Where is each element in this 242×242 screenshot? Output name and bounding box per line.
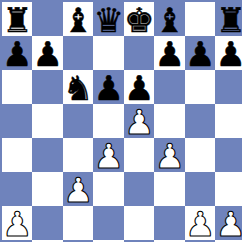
piece-black-rook[interactable]: ♜ — [2, 3, 32, 37]
piece-black-pawn[interactable]: ♟ — [185, 37, 215, 71]
square-b3[interactable] — [32, 172, 62, 206]
piece-black-pawn[interactable]: ♟ — [93, 71, 123, 105]
square-f4[interactable]: ♟ — [154, 138, 184, 172]
piece-black-bishop[interactable]: ♝ — [154, 3, 184, 37]
square-d3[interactable] — [93, 172, 123, 206]
square-a5[interactable] — [2, 104, 32, 138]
piece-white-pawn[interactable]: ♟ — [154, 139, 184, 173]
square-g4[interactable] — [185, 138, 215, 172]
chess-board: ♜♝♛♚♝♜♟♟♟♟♟♞♟♟♟♟♟♟♟♟♟♜♝♛♚♝♞♜ — [0, 0, 242, 242]
square-e2[interactable] — [124, 206, 154, 240]
square-h8[interactable]: ♜ — [215, 2, 242, 36]
square-d2[interactable] — [93, 206, 123, 240]
square-f7[interactable]: ♟ — [154, 36, 184, 70]
square-f5[interactable] — [154, 104, 184, 138]
square-b7[interactable]: ♟ — [32, 36, 62, 70]
square-a7[interactable]: ♟ — [2, 36, 32, 70]
square-c3[interactable]: ♟ — [63, 172, 93, 206]
square-e6[interactable]: ♟ — [124, 70, 154, 104]
square-g8[interactable] — [185, 2, 215, 36]
square-c6[interactable]: ♞ — [63, 70, 93, 104]
piece-black-pawn[interactable]: ♟ — [32, 37, 62, 71]
piece-white-pawn[interactable]: ♟ — [185, 207, 215, 241]
square-c7[interactable] — [63, 36, 93, 70]
square-h2[interactable]: ♟ — [215, 206, 242, 240]
square-h4[interactable] — [215, 138, 242, 172]
square-g7[interactable]: ♟ — [185, 36, 215, 70]
square-h3[interactable] — [215, 172, 242, 206]
square-a8[interactable]: ♜ — [2, 2, 32, 36]
square-d4[interactable]: ♟ — [93, 138, 123, 172]
square-h5[interactable] — [215, 104, 242, 138]
square-c4[interactable] — [63, 138, 93, 172]
square-g2[interactable]: ♟ — [185, 206, 215, 240]
square-f3[interactable] — [154, 172, 184, 206]
square-g3[interactable] — [185, 172, 215, 206]
square-d5[interactable] — [93, 104, 123, 138]
square-e3[interactable] — [124, 172, 154, 206]
square-f6[interactable] — [154, 70, 184, 104]
square-g6[interactable] — [185, 70, 215, 104]
piece-white-pawn[interactable]: ♟ — [93, 139, 123, 173]
square-b8[interactable] — [32, 2, 62, 36]
square-e4[interactable] — [124, 138, 154, 172]
piece-black-pawn[interactable]: ♟ — [215, 37, 242, 71]
piece-white-pawn[interactable]: ♟ — [215, 207, 242, 241]
square-e5[interactable]: ♟ — [124, 104, 154, 138]
square-b6[interactable] — [32, 70, 62, 104]
square-a6[interactable] — [2, 70, 32, 104]
square-h6[interactable] — [215, 70, 242, 104]
square-b5[interactable] — [32, 104, 62, 138]
square-a2[interactable]: ♟ — [2, 206, 32, 240]
square-b2[interactable] — [32, 206, 62, 240]
piece-black-rook[interactable]: ♜ — [215, 3, 242, 37]
piece-black-pawn[interactable]: ♟ — [2, 37, 32, 71]
piece-white-pawn[interactable]: ♟ — [124, 105, 154, 139]
square-c5[interactable] — [63, 104, 93, 138]
square-d6[interactable]: ♟ — [93, 70, 123, 104]
square-d8[interactable]: ♛ — [93, 2, 123, 36]
square-h7[interactable]: ♟ — [215, 36, 242, 70]
piece-black-bishop[interactable]: ♝ — [63, 3, 93, 37]
square-c8[interactable]: ♝ — [63, 2, 93, 36]
square-e7[interactable] — [124, 36, 154, 70]
square-a4[interactable] — [2, 138, 32, 172]
square-d7[interactable] — [93, 36, 123, 70]
piece-white-pawn[interactable]: ♟ — [63, 173, 93, 207]
square-g5[interactable] — [185, 104, 215, 138]
square-b4[interactable] — [32, 138, 62, 172]
piece-white-pawn[interactable]: ♟ — [2, 207, 32, 241]
piece-black-knight[interactable]: ♞ — [63, 71, 93, 105]
square-c2[interactable] — [63, 206, 93, 240]
piece-black-queen[interactable]: ♛ — [93, 3, 123, 37]
piece-black-king[interactable]: ♚ — [124, 3, 154, 37]
piece-black-pawn[interactable]: ♟ — [154, 37, 184, 71]
square-a3[interactable] — [2, 172, 32, 206]
square-f8[interactable]: ♝ — [154, 2, 184, 36]
piece-black-pawn[interactable]: ♟ — [124, 71, 154, 105]
square-f2[interactable] — [154, 206, 184, 240]
square-e8[interactable]: ♚ — [124, 2, 154, 36]
